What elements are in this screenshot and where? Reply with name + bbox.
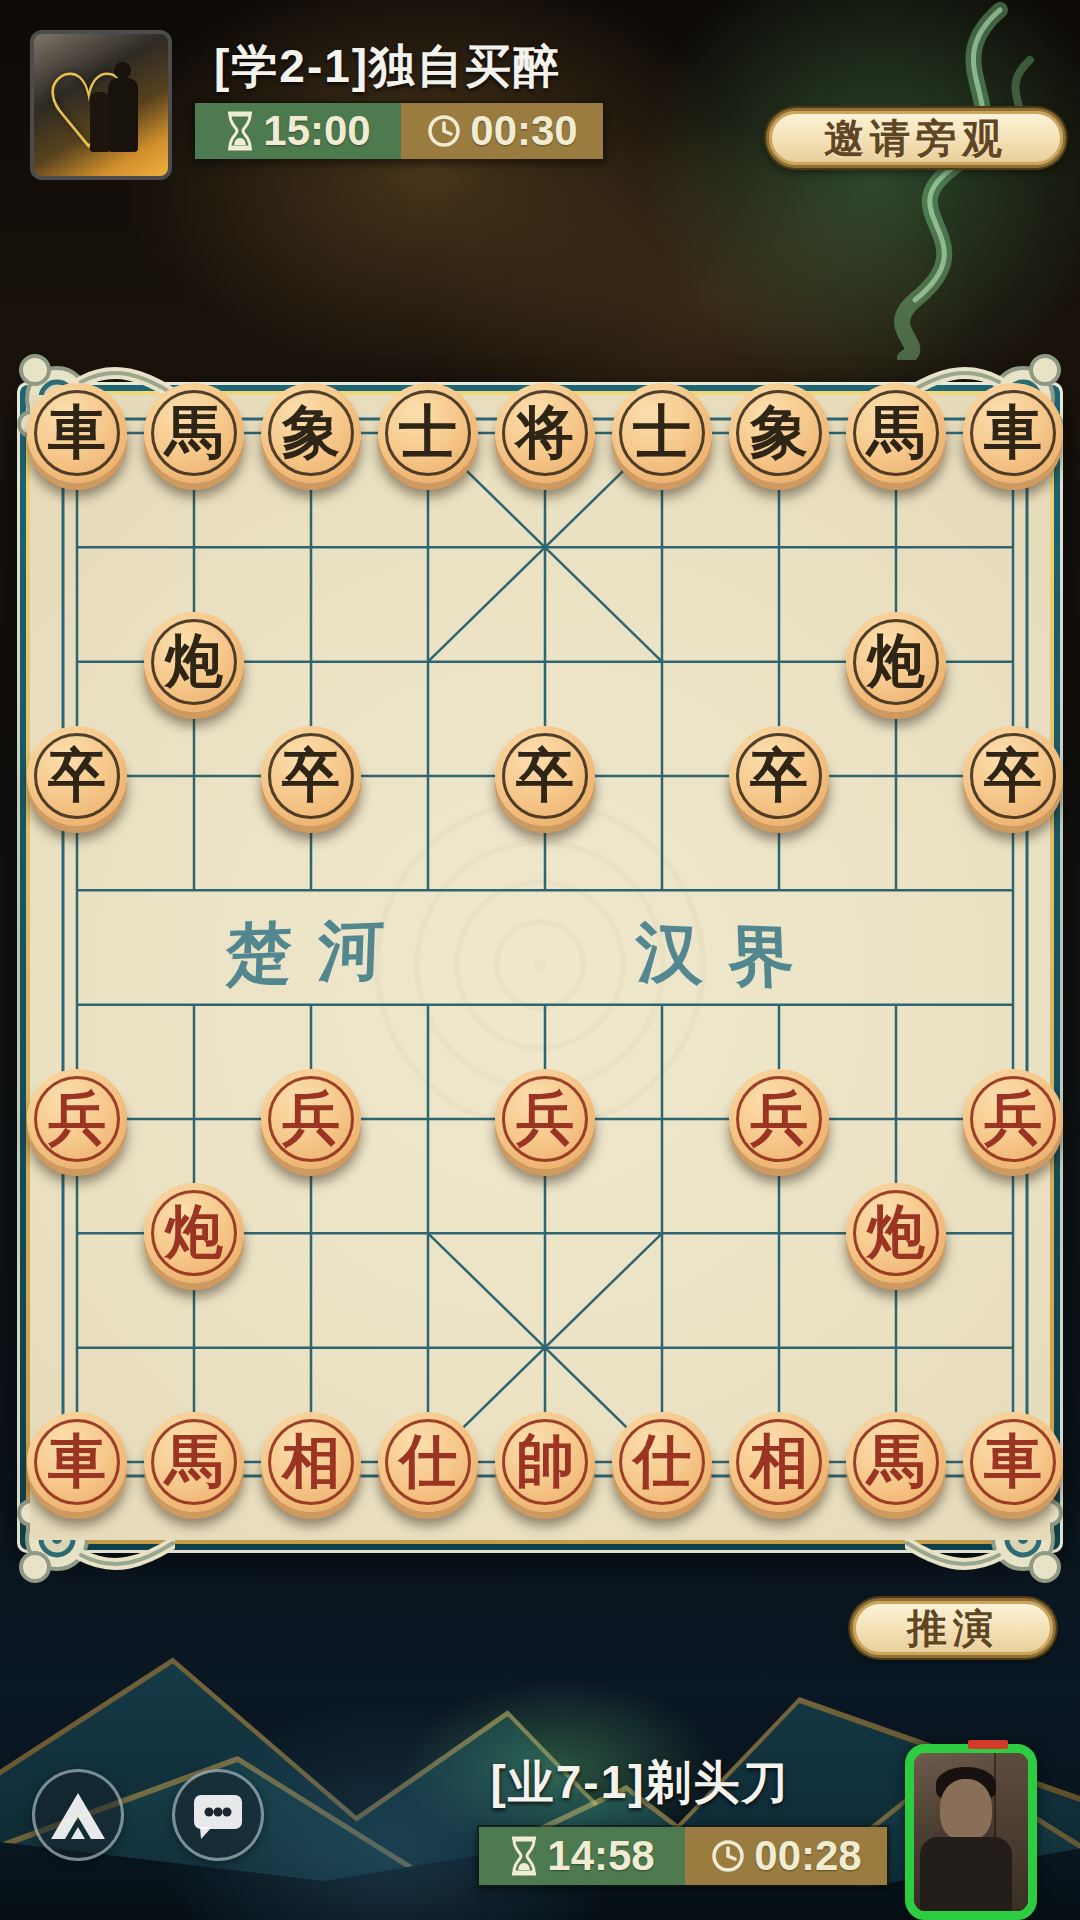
piece-black-horse[interactable]: 馬 [846,383,946,483]
piece-black-cannon[interactable]: 炮 [144,612,244,712]
piece-red-soldier[interactable]: 兵 [729,1069,829,1169]
piece-character: 兵 [261,1069,361,1169]
piece-red-cannon[interactable]: 炮 [846,1183,946,1283]
piece-black-horse[interactable]: 馬 [144,383,244,483]
chat-bubble-icon [188,1787,248,1843]
piece-red-soldier[interactable]: 兵 [261,1069,361,1169]
piece-character: 車 [963,383,1063,483]
app-logo-arrow-icon [45,1787,111,1843]
piece-black-soldier[interactable]: 卒 [27,726,127,826]
piece-red-chariot[interactable]: 車 [963,1412,1063,1512]
top-player-name: [学2-1]独自买醉 [214,36,561,98]
piece-character: 相 [729,1412,829,1512]
piece-black-general[interactable]: 将 [495,383,595,483]
board-frame-gold: 楚河 汉界 車馬象士将士象馬車炮炮卒卒卒卒卒兵兵兵兵兵炮炮車馬相仕帥仕相馬車 [26,391,1054,1544]
piece-black-soldier[interactable]: 卒 [963,726,1063,826]
piece-layer: 車馬象士将士象馬車炮炮卒卒卒卒卒兵兵兵兵兵炮炮車馬相仕帥仕相馬車 [30,395,1050,1540]
piece-character: 炮 [846,612,946,712]
piece-character: 帥 [495,1412,595,1512]
home-logo-button[interactable] [32,1769,124,1861]
avatar-figure [108,78,138,152]
piece-red-horse[interactable]: 馬 [144,1412,244,1512]
avatar-figure [90,92,110,152]
piece-black-soldier[interactable]: 卒 [495,726,595,826]
webcam-person [920,1837,1012,1917]
clock-icon [710,1838,746,1874]
piece-black-advisor[interactable]: 士 [378,383,478,483]
xiangqi-board[interactable]: 楚河 汉界 車馬象士将士象馬車炮炮卒卒卒卒卒兵兵兵兵兵炮炮車馬相仕帥仕相馬車 [30,395,1050,1540]
chat-button[interactable] [172,1769,264,1861]
board-frame-teal: 楚河 汉界 車馬象士将士象馬車炮炮卒卒卒卒卒兵兵兵兵兵炮炮車馬相仕帥仕相馬車 [20,385,1060,1550]
piece-red-advisor[interactable]: 仕 [612,1412,712,1512]
piece-character: 卒 [27,726,127,826]
piece-black-chariot[interactable]: 車 [27,383,127,483]
piece-character: 馬 [144,383,244,483]
piece-red-chariot[interactable]: 車 [27,1412,127,1512]
opponent-webcam-video[interactable] [905,1744,1037,1920]
piece-red-advisor[interactable]: 仕 [378,1412,478,1512]
recording-indicator [968,1740,1008,1749]
piece-character: 炮 [144,1183,244,1283]
piece-red-cannon[interactable]: 炮 [144,1183,244,1283]
piece-character: 卒 [261,726,361,826]
piece-character: 卒 [729,726,829,826]
piece-character: 仕 [378,1412,478,1512]
piece-black-cannon[interactable]: 炮 [846,612,946,712]
piece-red-horse[interactable]: 馬 [846,1412,946,1512]
top-total-time: 15:00 [195,103,401,159]
piece-black-elephant[interactable]: 象 [261,383,361,483]
piece-character: 仕 [612,1412,712,1512]
piece-black-advisor[interactable]: 士 [612,383,712,483]
piece-character: 象 [729,383,829,483]
piece-character: 馬 [144,1412,244,1512]
simulate-button[interactable]: 推演 [850,1598,1056,1658]
piece-character: 馬 [846,383,946,483]
piece-character: 炮 [846,1183,946,1283]
piece-character: 兵 [729,1069,829,1169]
piece-character: 相 [261,1412,361,1512]
piece-character: 卒 [963,726,1063,826]
piece-character: 士 [612,383,712,483]
piece-character: 象 [261,383,361,483]
piece-black-soldier[interactable]: 卒 [261,726,361,826]
piece-red-elephant[interactable]: 相 [261,1412,361,1512]
board-frame: 楚河 汉界 車馬象士将士象馬車炮炮卒卒卒卒卒兵兵兵兵兵炮炮車馬相仕帥仕相馬車 [17,382,1063,1553]
piece-red-soldier[interactable]: 兵 [963,1069,1063,1169]
piece-red-soldier[interactable]: 兵 [27,1069,127,1169]
invite-spectators-button[interactable]: 邀请旁观 [766,108,1066,168]
piece-black-elephant[interactable]: 象 [729,383,829,483]
top-move-time: 00:30 [401,103,603,159]
piece-character: 車 [963,1412,1063,1512]
piece-character: 将 [495,383,595,483]
piece-character: 車 [27,383,127,483]
bottom-move-time: 00:28 [685,1827,887,1885]
piece-character: 士 [378,383,478,483]
bottom-player-name: [业7-1]剃头刀 [420,1752,860,1814]
xiangqi-game-screen: ♡ [学2-1]独自买醉 15:00 00:30 邀请旁观 [0,0,1080,1920]
piece-red-general[interactable]: 帥 [495,1412,595,1512]
piece-character: 馬 [846,1412,946,1512]
webcam-person [940,1779,992,1841]
piece-red-elephant[interactable]: 相 [729,1412,829,1512]
top-player-timer: 15:00 00:30 [193,101,605,161]
piece-character: 炮 [144,612,244,712]
bottom-total-time: 14:58 [479,1827,685,1885]
hourglass-icon [509,1836,539,1876]
hourglass-icon [225,111,255,151]
bottom-player-timer: 14:58 00:28 [477,1825,889,1887]
piece-character: 兵 [495,1069,595,1169]
clock-icon [426,113,462,149]
piece-red-soldier[interactable]: 兵 [495,1069,595,1169]
piece-black-chariot[interactable]: 車 [963,383,1063,483]
piece-character: 卒 [495,726,595,826]
piece-character: 兵 [963,1069,1063,1169]
piece-character: 兵 [27,1069,127,1169]
top-player-avatar[interactable]: ♡ [30,30,172,180]
piece-character: 車 [27,1412,127,1512]
green-dragon-art [700,0,1080,360]
piece-black-soldier[interactable]: 卒 [729,726,829,826]
